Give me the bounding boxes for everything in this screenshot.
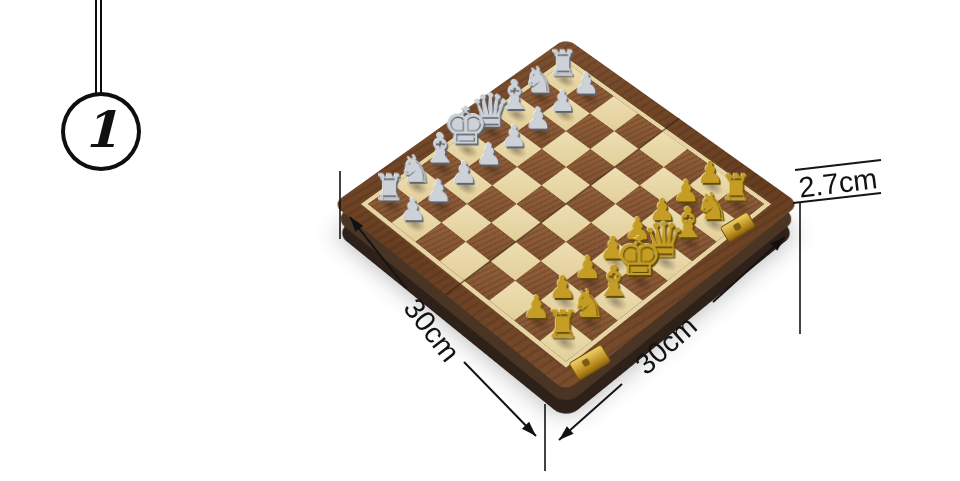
chess-board: ♜♟♟♜♞♟♟♞♝♟♟♝♛♟♟♛♚♟♟♚♝♟♟♝♞♟♟♞♜♟♟♜ bbox=[333, 38, 800, 392]
chess-board-3d: ♜♟♟♜♞♟♟♞♝♟♟♝♛♟♟♛♚♟♟♚♝♟♟♝♞♟♟♞♜♟♟♜ bbox=[333, 38, 800, 392]
board-cell: ♟ bbox=[392, 204, 442, 242]
chess-piece-silver-pawn: ♟ bbox=[374, 195, 454, 225]
chess-board-scene: ♜♟♟♜♞♟♟♞♝♟♟♝♛♟♟♛♚♟♟♚♝♟♟♝♞♟♟♞♜♟♟♜ bbox=[0, 0, 960, 481]
board-grid: ♜♟♟♜♞♟♟♞♝♟♟♝♛♟♟♛♚♟♟♚♝♟♟♝♞♟♟♞♜♟♟♜ bbox=[368, 62, 764, 362]
chess-piece-gold-rook: ♜ bbox=[521, 306, 604, 344]
product-figure: 1 ♜♟♟♜♞♟♟♞♝♟♟♝♛♟♟♛♚♟♟♚♝♟♟♝♞♟♟♞♜♟♟♜ bbox=[0, 0, 960, 481]
